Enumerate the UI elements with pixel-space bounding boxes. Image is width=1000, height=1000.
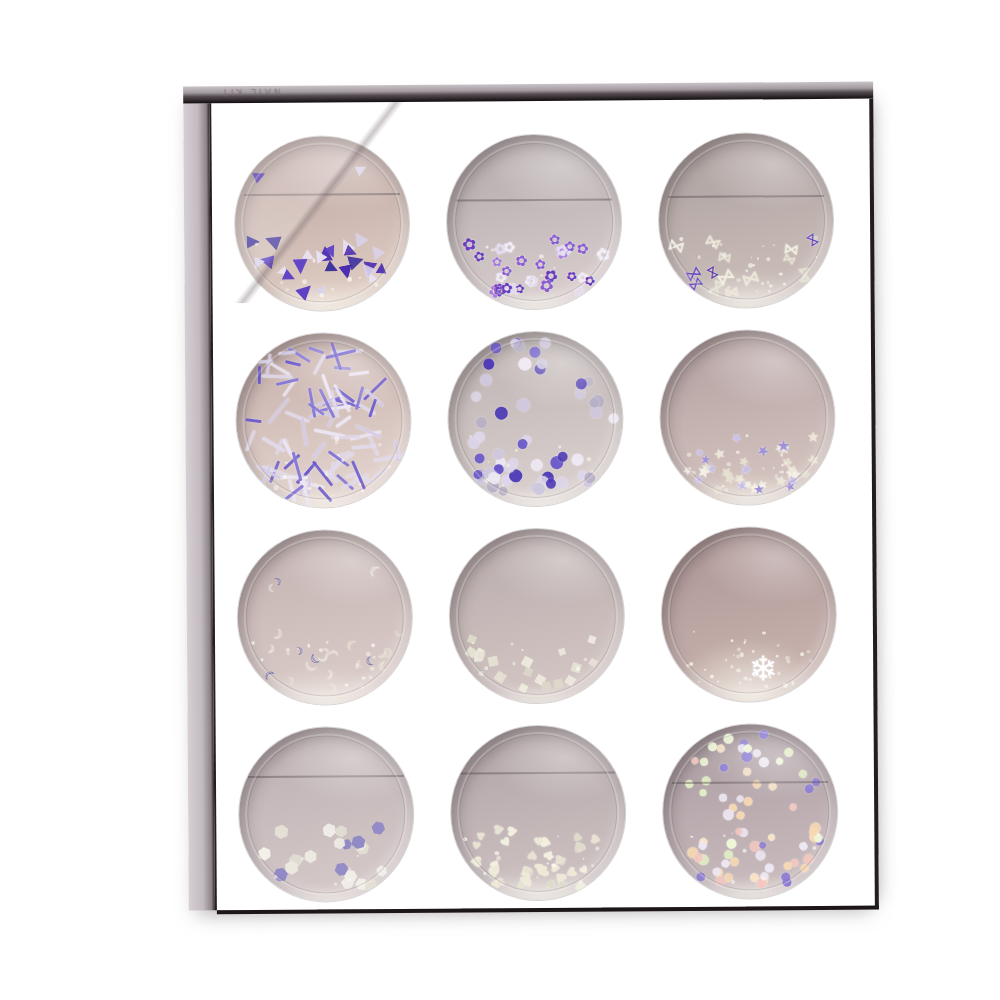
- dot-glitter-piece: [730, 857, 739, 866]
- box-body: ✿✿✿✿✿✿✿✿✿✿✿✿✿✿✿✿✿✿✿✿✿✿✿✿✿✿✿✿✿✿⋈⋈⋈⋈⋈⋈⋈⋈⋈⋈…: [183, 99, 879, 911]
- heart-glitter-piece: ♥: [590, 833, 604, 846]
- glitter-powder: [344, 683, 348, 687]
- glitter-powder: [679, 237, 683, 241]
- glitter-powder: [737, 669, 741, 673]
- glitter-powder: [281, 281, 284, 284]
- glitter-powder: [736, 655, 740, 659]
- glitter-layer: ★★★★★★★★★★★★★★★★★★★★★★★★★★★★★★★★★★: [660, 329, 835, 504]
- glitter-powder: [812, 846, 816, 850]
- glitter-powder: [791, 682, 795, 686]
- glitter-powder: [785, 656, 790, 661]
- pot-white-stars: ★★★★★★★★★★★★★★★★★★★★★★★★★★★★★★★★★★: [660, 329, 835, 504]
- glitter-powder: [762, 467, 765, 470]
- hex-glitter-piece: [335, 825, 348, 838]
- glitter-powder: [709, 684, 712, 687]
- dot-glitter-piece: [699, 774, 712, 787]
- diamond-glitter-piece: [585, 633, 599, 647]
- heart-glitter-piece: ♥: [533, 836, 544, 848]
- glitter-powder: [506, 464, 510, 468]
- dot-glitter-piece: [774, 756, 784, 766]
- flower-glitter-piece: ✿: [553, 244, 569, 258]
- moon-glitter-piece: ☾: [327, 649, 339, 660]
- glitter-powder: [300, 857, 304, 861]
- glitter-powder: [598, 251, 602, 255]
- glitter-powder: [521, 649, 523, 651]
- dot-glitter-piece: [700, 789, 707, 796]
- triangle-glitter-piece: [253, 168, 268, 183]
- moon-glitter-piece: ☾: [264, 641, 277, 654]
- glitter-powder: [783, 683, 788, 688]
- glitter-powder: [378, 443, 382, 447]
- bar-glitter-piece: [318, 487, 332, 502]
- heart-glitter-piece: ♥: [578, 864, 592, 878]
- glitter-powder: [712, 245, 715, 248]
- product-photo: NAIL KIT ✿✿✿✿✿✿✿✿✿✿✿✿✿✿✿✿✿✿✿✿✿✿✿✿✿✿✿✿✿✿⋈…: [0, 0, 1000, 1000]
- dot-glitter-piece: [514, 396, 531, 413]
- glitter-powder: [260, 658, 263, 661]
- glitter-powder: [724, 488, 728, 492]
- moon-glitter-piece: ☾: [284, 674, 295, 686]
- glitter-powder: [815, 256, 817, 258]
- pot-round-sequins: [448, 331, 623, 506]
- glitter-powder: [515, 449, 517, 451]
- glitter-powder: [725, 659, 727, 661]
- glitter-powder: [743, 849, 747, 853]
- pot-crescent-moons: ☾☾☾☾☾☾☾☾☾☾☾☾☾☾☾☾☾☾☾☾☾☾: [237, 529, 412, 704]
- glitter-powder: [722, 485, 725, 488]
- dot-glitter-piece: [528, 457, 544, 473]
- glitter-powder: [717, 680, 719, 682]
- glitter-powder: [750, 256, 752, 258]
- moon-glitter-piece: ☾: [324, 680, 337, 694]
- glitter-powder: [753, 669, 758, 674]
- dot-glitter-piece: [752, 779, 763, 790]
- glitter-layer: ☾☾☾☾☾☾☾☾☾☾☾☾☾☾☾☾☾☾☾☾☾☾: [237, 529, 412, 704]
- glitter-powder: [484, 872, 487, 875]
- glitter-powder: [591, 470, 594, 473]
- snowflake-glitter-piece: ❄: [749, 651, 778, 685]
- diamond-glitter-piece: [587, 656, 600, 669]
- glitter-powder: [722, 252, 727, 257]
- dot-glitter-piece: [478, 372, 494, 388]
- hex-glitter-piece: [256, 845, 274, 863]
- glitter-powder: [773, 673, 776, 676]
- glitter-powder: [762, 631, 766, 635]
- glitter-powder: [751, 650, 754, 653]
- glitter-layer: ✿✿✿✿✿✿✿✿✿✿✿✿✿✿✿✿✿✿✿✿✿✿✿✿✿✿✿✿✿✿: [446, 134, 621, 309]
- heart-glitter-piece: ♥: [499, 835, 514, 851]
- dot-glitter-piece: [474, 415, 489, 430]
- glitter-layer: [234, 135, 409, 310]
- bar-glitter-piece: [285, 360, 301, 366]
- bar-glitter-piece: [307, 347, 323, 355]
- heart-glitter-piece: ♥: [543, 879, 556, 891]
- dot-glitter-piece: [720, 763, 728, 771]
- glitter-powder: [800, 652, 804, 656]
- bar-glitter-piece: [278, 351, 295, 355]
- glitter-powder: [274, 485, 279, 490]
- glitter-powder: [303, 279, 308, 284]
- glitter-powder: [761, 282, 764, 285]
- glitter-powder: [496, 856, 501, 861]
- glitter-powder: [487, 461, 490, 464]
- pot-strip-bars: [236, 332, 411, 507]
- dot-glitter-piece: [683, 778, 694, 789]
- glitter-powder: [690, 661, 694, 665]
- dot-glitter-piece: [723, 733, 735, 745]
- dot-glitter-piece: [493, 406, 509, 422]
- dot-glitter-piece: [492, 448, 504, 460]
- glitter-kit-box: NAIL KIT ✿✿✿✿✿✿✿✿✿✿✿✿✿✿✿✿✿✿✿✿✿✿✿✿✿✿✿✿✿✿⋈…: [183, 82, 879, 911]
- hex-glitter-piece: [374, 863, 390, 879]
- dot-glitter-piece: [788, 802, 797, 811]
- glitter-powder: [737, 648, 741, 652]
- dot-glitter-piece: [725, 837, 737, 849]
- dot-glitter-piece: [569, 451, 586, 468]
- pot-grid: ✿✿✿✿✿✿✿✿✿✿✿✿✿✿✿✿✿✿✿✿✿✿✿✿✿✿✿✿✿✿⋈⋈⋈⋈⋈⋈⋈⋈⋈⋈…: [215, 121, 856, 913]
- glitter-powder: [730, 665, 734, 669]
- glitter-powder: [331, 288, 334, 291]
- triangle-glitter-piece: [292, 259, 308, 275]
- glitter-layer: [663, 723, 838, 898]
- glitter-powder: [807, 650, 811, 654]
- triangle-glitter-piece: [262, 231, 281, 250]
- glitter-powder: [736, 450, 740, 454]
- glitter-powder: [746, 435, 748, 437]
- glitter-powder: [312, 258, 316, 262]
- glitter-powder: [740, 653, 745, 658]
- glitter-powder: [739, 682, 741, 684]
- glitter-powder: [730, 639, 733, 642]
- glitter-powder: [691, 836, 693, 838]
- butterfly-glitter-piece: ⋈: [803, 231, 821, 249]
- glitter-powder: [362, 676, 365, 679]
- dot-glitter-piece: [695, 871, 708, 884]
- bar-glitter-piece: [374, 468, 388, 480]
- flower-glitter-piece: ✿: [572, 285, 587, 298]
- heart-glitter-piece: ♥: [574, 877, 588, 892]
- moon-glitter-piece: ☾: [323, 667, 334, 679]
- butterfly-glitter-piece: ⋈: [740, 267, 762, 289]
- glitter-powder: [540, 274, 543, 277]
- triangle-glitter-piece: [376, 262, 388, 274]
- glitter-layer: [449, 528, 624, 703]
- bar-glitter-piece: [245, 430, 256, 452]
- glitter-powder: [361, 490, 364, 493]
- glitter-powder: [320, 293, 325, 298]
- dot-glitter-piece: [473, 452, 485, 464]
- glitter-powder: [358, 277, 361, 280]
- bar-glitter-piece: [313, 355, 325, 375]
- glitter-powder: [510, 643, 513, 646]
- moon-glitter-piece: ☾: [393, 627, 406, 640]
- glitter-powder: [356, 854, 359, 857]
- butterfly-glitter-piece: ⋈: [666, 236, 686, 256]
- bar-glitter-piece: [312, 442, 326, 459]
- glitter-powder: [251, 641, 255, 645]
- glitter-powder: [307, 644, 311, 648]
- bar-glitter-piece: [285, 411, 310, 423]
- glitter-powder: [756, 257, 759, 260]
- glitter-powder: [777, 644, 780, 647]
- pot-purple-white-flowers: ✿✿✿✿✿✿✿✿✿✿✿✿✿✿✿✿✿✿✿✿✿✿✿✿✿✿✿✿✿✿: [446, 134, 621, 309]
- glitter-powder: [777, 672, 781, 676]
- glitter-powder: [356, 663, 359, 666]
- flower-glitter-piece: ✿: [534, 257, 547, 272]
- glitter-powder: [743, 641, 746, 644]
- glitter-powder: [557, 835, 560, 838]
- moon-glitter-piece: ☾: [381, 646, 393, 659]
- dot-glitter-piece: [719, 794, 727, 802]
- bar-glitter-piece: [331, 462, 334, 479]
- glitter-powder: [697, 255, 700, 258]
- glitter-powder: [334, 883, 337, 886]
- triangle-glitter-piece: [247, 235, 261, 249]
- glitter-powder: [753, 674, 756, 677]
- moon-glitter-piece: ☾: [269, 624, 286, 642]
- glitter-powder: [780, 453, 783, 456]
- glitter-powder: [370, 666, 375, 671]
- glitter-powder: [781, 464, 784, 467]
- glitter-powder: [776, 655, 779, 658]
- glitter-powder: [768, 289, 771, 292]
- triangle-glitter-piece: [367, 242, 385, 260]
- triangle-glitter-piece: [354, 162, 368, 176]
- glitter-powder: [727, 285, 731, 289]
- glitter-powder: [274, 874, 278, 878]
- glitter-powder: [774, 474, 779, 479]
- heart-glitter-piece: ♥: [558, 881, 568, 890]
- dot-glitter-piece: [735, 810, 745, 820]
- moon-glitter-piece: ☾: [344, 637, 361, 655]
- glitter-powder: [471, 642, 474, 645]
- glitter-powder: [341, 459, 344, 462]
- glitter-powder: [732, 654, 734, 656]
- flower-glitter-piece: ✿: [575, 242, 590, 255]
- dot-glitter-piece: [767, 780, 779, 792]
- pot-holographic-dots: [663, 723, 838, 898]
- pot-white-hearts: ♥♥♥♥♥♥♥♥♥♥♥♥♥♥♥♥♥♥♥♥♥♥♥♥♥♥♥♥♥♥♥♥♥♥♥♥: [451, 725, 626, 900]
- diamond-glitter-piece: [549, 675, 567, 693]
- dot-glitter-piece: [698, 757, 708, 767]
- glitter-powder: [786, 660, 790, 664]
- bar-glitter-piece: [245, 418, 261, 423]
- dot-glitter-piece: [757, 756, 771, 770]
- glitter-powder: [773, 244, 775, 246]
- glitter-powder: [698, 680, 700, 682]
- moon-glitter-piece: ☾: [366, 563, 385, 582]
- hex-glitter-piece: [273, 824, 289, 840]
- glitter-powder: [546, 862, 549, 865]
- pot-snowflake: ❄: [661, 526, 836, 701]
- glitter-layer: [236, 332, 411, 507]
- glitter-powder: [731, 832, 733, 834]
- triangle-glitter-piece: [349, 229, 368, 248]
- heart-glitter-piece: ♥: [468, 855, 483, 868]
- glitter-powder: [308, 486, 311, 489]
- glitter-powder: [485, 245, 489, 249]
- star-glitter-piece: ★: [805, 454, 819, 467]
- diamond-glitter-piece: [517, 682, 530, 695]
- glitter-powder: [373, 656, 376, 659]
- star-glitter-piece: ★: [753, 482, 766, 497]
- glitter-layer: ♥♥♥♥♥♥♥♥♥♥♥♥♥♥♥♥♥♥♥♥♥♥♥♥♥♥♥♥♥♥♥♥♥♥♥♥: [451, 725, 626, 900]
- glitter-powder: [762, 245, 764, 247]
- glitter-powder: [341, 880, 345, 884]
- dot-glitter-piece: [470, 391, 481, 402]
- flower-glitter-piece: ✿: [514, 252, 529, 269]
- hex-glitter-piece: [302, 847, 320, 865]
- glitter-powder: [584, 658, 587, 661]
- glitter-layer: [239, 726, 414, 901]
- glitter-powder: [559, 446, 562, 449]
- heart-glitter-piece: ♥: [527, 848, 539, 861]
- glitter-powder: [582, 857, 584, 859]
- moon-glitter-piece: ☾: [292, 643, 304, 656]
- glitter-powder: [527, 444, 529, 446]
- glitter-powder: [723, 835, 726, 838]
- box-front-face: ✿✿✿✿✿✿✿✿✿✿✿✿✿✿✿✿✿✿✿✿✿✿✿✿✿✿✿✿✿✿⋈⋈⋈⋈⋈⋈⋈⋈⋈⋈…: [211, 99, 879, 915]
- bar-glitter-piece: [258, 365, 261, 383]
- glitter-powder: [334, 440, 338, 444]
- glitter-powder: [720, 243, 723, 246]
- dot-glitter-piece: [783, 746, 795, 758]
- triangle-glitter-piece: [295, 281, 316, 302]
- glitter-powder: [387, 464, 392, 469]
- dot-glitter-piece: [488, 341, 504, 357]
- dot-glitter-piece: [798, 768, 809, 779]
- glitter-powder: [780, 470, 784, 474]
- dot-glitter-piece: [766, 833, 776, 843]
- diamond-glitter-piece: [492, 669, 508, 685]
- glitter-powder: [283, 475, 287, 479]
- dot-glitter-piece: [483, 358, 495, 370]
- star-glitter-piece: ★: [731, 431, 743, 444]
- glitter-powder: [595, 847, 599, 851]
- pot-white-hexagons: [239, 726, 414, 901]
- hex-glitter-piece: [369, 819, 388, 838]
- glitter-powder: [762, 876, 766, 880]
- glitter-powder: [303, 475, 307, 479]
- dot-glitter-piece: [690, 756, 700, 766]
- glitter-powder: [369, 676, 373, 680]
- glitter-layer: ❄: [661, 526, 836, 701]
- glitter-powder: [463, 837, 467, 841]
- star-glitter-piece: ★: [712, 445, 728, 462]
- glitter-powder: [731, 880, 734, 883]
- glitter-powder: [710, 674, 715, 679]
- glitter-powder: [347, 277, 352, 282]
- glitter-powder: [479, 671, 484, 676]
- moon-glitter-piece: ☾: [261, 669, 278, 686]
- dot-glitter-piece: [811, 778, 820, 787]
- glitter-powder: [769, 284, 773, 288]
- box-top-edge-text: NAIL KIT: [219, 87, 281, 97]
- glitter-powder: [484, 667, 488, 671]
- glitter-powder: [704, 668, 706, 670]
- glitter-powder: [485, 478, 489, 482]
- glitter-powder: [783, 282, 786, 285]
- glitter-powder: [591, 864, 594, 867]
- glitter-powder: [743, 676, 747, 680]
- glitter-powder: [727, 462, 732, 467]
- butterfly-glitter-piece: ⋈: [795, 266, 813, 284]
- pot-white-butterflies: ⋈⋈⋈⋈⋈⋈⋈⋈⋈⋈⋈⋈⋈⋈: [658, 132, 833, 307]
- dot-glitter-piece: [516, 355, 534, 373]
- glitter-powder: [512, 662, 515, 665]
- star-glitter-piece: ★: [804, 429, 821, 445]
- glitter-powder: [756, 290, 758, 292]
- glitter-layer: ⋈⋈⋈⋈⋈⋈⋈⋈⋈⋈⋈⋈⋈⋈: [658, 132, 833, 307]
- glitter-powder: [576, 666, 581, 671]
- glitter-powder: [810, 659, 813, 662]
- glitter-powder: [687, 453, 691, 457]
- glitter-powder: [371, 644, 375, 648]
- dot-glitter-piece: [798, 841, 808, 851]
- star-glitter-piece: ★: [753, 441, 772, 461]
- glitter-powder: [587, 457, 592, 462]
- glitter-powder: [314, 483, 317, 486]
- glitter-powder: [539, 254, 544, 259]
- triangle-glitter-piece: [249, 256, 264, 271]
- glitter-powder: [692, 471, 696, 475]
- dot-glitter-piece: [743, 767, 751, 775]
- pot-purple-triangles: [234, 135, 409, 310]
- diamond-glitter-piece: [563, 673, 578, 688]
- glitter-powder: [792, 677, 794, 679]
- glitter-powder: [374, 282, 378, 286]
- star-glitter-piece: ★: [682, 464, 693, 476]
- triangle-glitter-piece: [325, 260, 341, 276]
- moon-glitter-piece: ☾: [267, 583, 277, 594]
- glitter-powder: [779, 272, 782, 275]
- glitter-powder: [285, 288, 288, 291]
- glitter-powder: [693, 631, 695, 633]
- dot-glitter-piece: [716, 743, 727, 754]
- glitter-powder: [736, 278, 741, 283]
- flower-glitter-piece: ✿: [593, 244, 615, 266]
- glitter-powder: [773, 467, 775, 469]
- glitter-layer: [448, 331, 623, 506]
- bar-glitter-piece: [349, 370, 369, 375]
- glitter-powder: [766, 281, 770, 285]
- glitter-powder: [766, 257, 770, 261]
- glitter-powder: [287, 652, 290, 655]
- flower-glitter-piece: ✿: [472, 249, 487, 265]
- bar-glitter-piece: [276, 378, 299, 386]
- diamond-glitter-piece: [555, 645, 568, 658]
- bar-glitter-piece: [333, 366, 351, 370]
- glitter-powder: [495, 851, 499, 855]
- glitter-powder: [366, 652, 371, 657]
- heart-glitter-piece: ♥: [471, 841, 481, 852]
- dot-glitter-piece: [608, 414, 618, 424]
- glitter-powder: [255, 243, 258, 246]
- glitter-powder: [551, 855, 554, 858]
- glitter-powder: [326, 641, 329, 644]
- dot-glitter-piece: [538, 336, 552, 350]
- glitter-powder: [361, 685, 364, 688]
- dot-glitter-piece: [759, 730, 768, 739]
- pot-white-diamonds: [449, 528, 624, 703]
